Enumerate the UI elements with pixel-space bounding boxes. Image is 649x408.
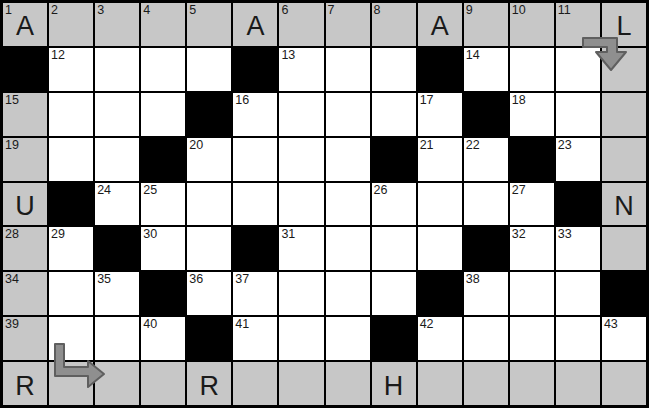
hint-letter: U — [3, 183, 47, 226]
clue-number: 13 — [281, 48, 295, 62]
cell-r3c10[interactable]: 17 — [418, 93, 462, 136]
cell-r2c9[interactable] — [372, 48, 416, 91]
clue-number: 21 — [420, 138, 434, 152]
cell-r7c2[interactable] — [49, 272, 93, 315]
cell-r7c5[interactable]: 36 — [187, 272, 231, 315]
crossword-board: 1A2345A678A91011L12131415161718192021222… — [0, 0, 649, 408]
cell-r5c3[interactable]: 24 — [95, 183, 139, 226]
cell-r4c3[interactable] — [95, 138, 139, 181]
cell-r8c8[interactable] — [326, 317, 370, 360]
clue-number: 40 — [143, 317, 157, 331]
hint-letter: A — [418, 3, 462, 46]
cell-r5c8[interactable] — [326, 183, 370, 226]
cell-r3c6[interactable]: 16 — [233, 93, 277, 136]
cell-r1c1: 1A — [3, 3, 47, 46]
cell-r3c13[interactable] — [556, 93, 600, 136]
cell-r2c4[interactable] — [141, 48, 185, 91]
cell-r3c8[interactable] — [326, 93, 370, 136]
cell-r3c11 — [464, 93, 508, 136]
cell-r8c13[interactable] — [556, 317, 600, 360]
clue-number: 15 — [5, 93, 19, 107]
cell-r4c5[interactable]: 20 — [187, 138, 231, 181]
cell-r3c1: 15 — [3, 93, 47, 136]
cell-r8c6[interactable]: 41 — [233, 317, 277, 360]
cell-r4c8[interactable] — [326, 138, 370, 181]
clue-number: 7 — [328, 3, 335, 17]
cell-r5c11[interactable] — [464, 183, 508, 226]
cell-r9c3 — [95, 362, 139, 405]
cell-r6c11 — [464, 227, 508, 270]
cell-r2c3[interactable] — [95, 48, 139, 91]
cell-r9c8 — [326, 362, 370, 405]
cell-r6c3 — [95, 227, 139, 270]
cell-r8c3[interactable] — [95, 317, 139, 360]
hint-letter: A — [233, 3, 277, 46]
cell-r9c4 — [141, 362, 185, 405]
cell-r9c2 — [49, 362, 93, 405]
cell-r7c14 — [602, 272, 646, 315]
cell-r1c4: 4 — [141, 3, 185, 46]
cell-r7c1: 34 — [3, 272, 47, 315]
cell-r4c2[interactable] — [49, 138, 93, 181]
cell-r1c2: 2 — [49, 3, 93, 46]
clue-number: 17 — [420, 93, 434, 107]
cell-r4c10[interactable]: 21 — [418, 138, 462, 181]
cell-r3c14 — [602, 93, 646, 136]
cell-r2c11[interactable]: 14 — [464, 48, 508, 91]
cell-r1c3: 3 — [95, 3, 139, 46]
cell-r5c2 — [49, 183, 93, 226]
cell-r5c5[interactable] — [187, 183, 231, 226]
cell-r6c14 — [602, 227, 646, 270]
cell-r2c14 — [602, 48, 646, 91]
cell-r8c11[interactable] — [464, 317, 508, 360]
cell-r6c2[interactable]: 29 — [49, 227, 93, 270]
cell-r8c1: 39 — [3, 317, 47, 360]
cell-r2c5[interactable] — [187, 48, 231, 91]
clue-number: 18 — [512, 93, 526, 107]
cell-r3c3[interactable] — [95, 93, 139, 136]
cell-r8c2[interactable] — [49, 317, 93, 360]
cell-r9c10 — [418, 362, 462, 405]
clue-number: 19 — [5, 138, 19, 152]
cell-r9c13 — [556, 362, 600, 405]
cell-r8c5 — [187, 317, 231, 360]
cell-r7c13[interactable] — [556, 272, 600, 315]
cell-r7c3[interactable]: 35 — [95, 272, 139, 315]
cell-r5c1: U — [3, 183, 47, 226]
cell-r3c12[interactable]: 18 — [510, 93, 554, 136]
cell-r3c5 — [187, 93, 231, 136]
cell-r7c12[interactable] — [510, 272, 554, 315]
cell-r3c9[interactable] — [372, 93, 416, 136]
cell-r1c9: 8 — [372, 3, 416, 46]
cell-r9c14 — [602, 362, 646, 405]
clue-number: 32 — [512, 227, 526, 241]
cell-r2c1 — [3, 48, 47, 91]
hint-letter: L — [602, 3, 646, 46]
cell-r7c9[interactable] — [372, 272, 416, 315]
cell-r3c7[interactable] — [279, 93, 323, 136]
hint-letter: A — [3, 3, 47, 46]
clue-number: 8 — [374, 3, 381, 17]
clue-number: 4 — [143, 3, 150, 17]
cell-r5c9[interactable]: 26 — [372, 183, 416, 226]
clue-number: 5 — [189, 3, 196, 17]
cell-r5c10[interactable] — [418, 183, 462, 226]
cell-r9c7 — [279, 362, 323, 405]
cell-r3c2[interactable] — [49, 93, 93, 136]
cell-r4c1: 19 — [3, 138, 47, 181]
clue-number: 33 — [558, 227, 572, 241]
cell-r4c12 — [510, 138, 554, 181]
cell-r9c1: R — [3, 362, 47, 405]
clue-number: 34 — [5, 272, 19, 286]
cell-r6c12[interactable]: 32 — [510, 227, 554, 270]
cell-r6c5[interactable] — [187, 227, 231, 270]
cell-r4c13[interactable]: 23 — [556, 138, 600, 181]
cell-r1c11: 9 — [464, 3, 508, 46]
cell-r4c6[interactable] — [233, 138, 277, 181]
cell-r2c6 — [233, 48, 277, 91]
cell-r5c7[interactable] — [279, 183, 323, 226]
cell-r8c12[interactable] — [510, 317, 554, 360]
cell-r1c12: 10 — [510, 3, 554, 46]
cell-r1c8: 7 — [326, 3, 370, 46]
clue-number: 9 — [466, 3, 473, 17]
cell-r6c13[interactable]: 33 — [556, 227, 600, 270]
cell-r2c8[interactable] — [326, 48, 370, 91]
clue-number: 36 — [189, 272, 203, 286]
clue-number: 31 — [281, 227, 295, 241]
cell-r1c7: 6 — [279, 3, 323, 46]
cell-r6c9[interactable] — [372, 227, 416, 270]
cell-r5c12[interactable]: 27 — [510, 183, 554, 226]
clue-number: 30 — [143, 227, 157, 241]
clue-number: 23 — [558, 138, 572, 152]
cell-r7c6[interactable]: 37 — [233, 272, 277, 315]
clue-number: 12 — [51, 48, 65, 62]
clue-number: 3 — [97, 3, 104, 17]
cell-r9c9: H — [372, 362, 416, 405]
clue-number: 35 — [97, 272, 111, 286]
hint-letter: H — [372, 362, 416, 405]
cell-r1c10: A — [418, 3, 462, 46]
cell-r6c6 — [233, 227, 277, 270]
cell-r8c9 — [372, 317, 416, 360]
clue-number: 27 — [512, 183, 526, 197]
clue-number: 25 — [143, 183, 157, 197]
cell-r6c10[interactable] — [418, 227, 462, 270]
clue-number: 11 — [558, 3, 571, 17]
cell-r1c14: L — [602, 3, 646, 46]
hint-letter: R — [187, 362, 231, 405]
clue-number: 41 — [235, 317, 249, 331]
cell-r1c6: A — [233, 3, 277, 46]
cell-r7c10 — [418, 272, 462, 315]
cell-r5c6[interactable] — [233, 183, 277, 226]
cell-r6c4[interactable]: 30 — [141, 227, 185, 270]
clue-number: 6 — [281, 3, 288, 17]
clue-number: 2 — [51, 3, 58, 17]
clue-number: 26 — [374, 183, 388, 197]
cell-r2c7[interactable]: 13 — [279, 48, 323, 91]
clue-number: 14 — [466, 48, 480, 62]
cell-r2c13[interactable] — [556, 48, 600, 91]
cell-r4c7[interactable] — [279, 138, 323, 181]
cell-r8c4[interactable]: 40 — [141, 317, 185, 360]
cell-r9c6 — [233, 362, 277, 405]
clue-number: 22 — [466, 138, 480, 152]
clue-number: 38 — [466, 272, 480, 286]
clue-number: 42 — [420, 317, 434, 331]
cell-r4c4 — [141, 138, 185, 181]
cell-r6c1: 28 — [3, 227, 47, 270]
cell-r2c2[interactable]: 12 — [49, 48, 93, 91]
cell-r4c9 — [372, 138, 416, 181]
hint-letter: N — [602, 183, 646, 226]
cell-r7c4 — [141, 272, 185, 315]
cell-r5c14: N — [602, 183, 646, 226]
cell-r5c4[interactable]: 25 — [141, 183, 185, 226]
cell-r7c8[interactable] — [326, 272, 370, 315]
cell-r9c12 — [510, 362, 554, 405]
cell-r7c7[interactable] — [279, 272, 323, 315]
cell-r2c12[interactable] — [510, 48, 554, 91]
cell-r2c10 — [418, 48, 462, 91]
cell-r3c4[interactable] — [141, 93, 185, 136]
clue-number: 16 — [235, 93, 249, 107]
cell-r4c11[interactable]: 22 — [464, 138, 508, 181]
clue-number: 10 — [512, 3, 526, 17]
clue-number: 20 — [189, 138, 203, 152]
cell-r8c10[interactable]: 42 — [418, 317, 462, 360]
cell-r8c7[interactable] — [279, 317, 323, 360]
cell-r7c11[interactable]: 38 — [464, 272, 508, 315]
cell-r9c11 — [464, 362, 508, 405]
clue-number: 29 — [51, 227, 65, 241]
clue-number: 39 — [5, 317, 19, 331]
clue-number: 43 — [604, 317, 618, 331]
cell-r6c8[interactable] — [326, 227, 370, 270]
cell-r9c5: R — [187, 362, 231, 405]
cell-r5c13 — [556, 183, 600, 226]
hint-letter: R — [3, 362, 47, 405]
clue-number: 28 — [5, 227, 19, 241]
clue-number: 24 — [97, 183, 111, 197]
cell-r1c5: 5 — [187, 3, 231, 46]
cell-r4c14 — [602, 138, 646, 181]
cell-r1c13: 11 — [556, 3, 600, 46]
clue-number: 37 — [235, 272, 249, 286]
cell-r6c7[interactable]: 31 — [279, 227, 323, 270]
cell-r8c14[interactable]: 43 — [602, 317, 646, 360]
